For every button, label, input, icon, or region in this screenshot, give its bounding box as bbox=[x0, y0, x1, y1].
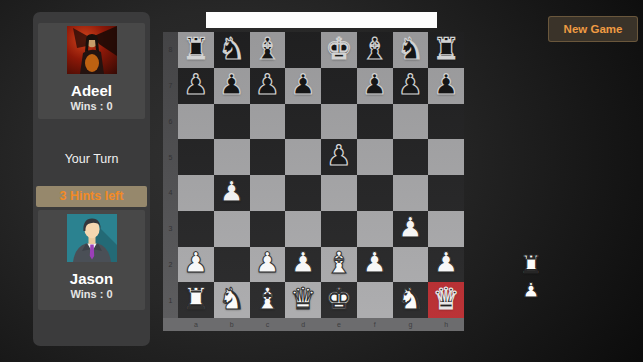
black-pawn: ♟ bbox=[291, 71, 316, 99]
square-a7[interactable]: ♟ bbox=[178, 68, 214, 104]
square-e1[interactable]: ♚ bbox=[321, 282, 357, 318]
chess-board: 87654321 ♜♞♝♚♝♞♜♟♟♟♟♟♟♟♟♟♟♟♟♟♝♟♟♜♞♝♛♚♞♛ … bbox=[163, 32, 464, 331]
square-b4[interactable]: ♟ bbox=[214, 175, 250, 211]
white-pawn: ♟ bbox=[434, 249, 459, 277]
square-g8[interactable]: ♞ bbox=[393, 32, 429, 68]
rank-label-6: 6 bbox=[163, 104, 178, 140]
black-knight: ♞ bbox=[397, 34, 424, 64]
square-a5[interactable] bbox=[178, 139, 214, 175]
hints-button[interactable]: 3 Hints left bbox=[36, 186, 147, 207]
square-f6[interactable] bbox=[357, 104, 393, 140]
square-e6[interactable] bbox=[321, 104, 357, 140]
white-pawn: ♟ bbox=[219, 178, 244, 206]
square-d8[interactable] bbox=[285, 32, 321, 68]
black-pawn: ♟ bbox=[219, 71, 244, 99]
square-a4[interactable] bbox=[178, 175, 214, 211]
square-h7[interactable]: ♟ bbox=[428, 68, 464, 104]
black-bishop: ♝ bbox=[254, 34, 281, 64]
square-d1[interactable]: ♛ bbox=[285, 282, 321, 318]
square-b8[interactable]: ♞ bbox=[214, 32, 250, 68]
white-bishop: ♝ bbox=[254, 284, 281, 314]
square-a6[interactable] bbox=[178, 104, 214, 140]
square-e8[interactable]: ♚ bbox=[321, 32, 357, 68]
square-c6[interactable] bbox=[250, 104, 286, 140]
rank-label-1: 1 bbox=[163, 282, 178, 318]
square-a1[interactable]: ♜ bbox=[178, 282, 214, 318]
turn-indicator: Your Turn bbox=[33, 151, 150, 167]
white-knight: ♞ bbox=[397, 284, 424, 314]
square-f5[interactable] bbox=[357, 139, 393, 175]
white-pawn: ♟ bbox=[291, 249, 316, 277]
captured-white-pawn: ♟ bbox=[522, 280, 540, 300]
player-card: Jason Wins : 0 bbox=[38, 210, 145, 310]
square-e4[interactable] bbox=[321, 175, 357, 211]
square-c2[interactable]: ♟ bbox=[250, 247, 286, 283]
square-d4[interactable] bbox=[285, 175, 321, 211]
square-a3[interactable] bbox=[178, 211, 214, 247]
square-h3[interactable] bbox=[428, 211, 464, 247]
square-g3[interactable]: ♟ bbox=[393, 211, 429, 247]
black-pawn: ♟ bbox=[362, 71, 387, 99]
black-knight: ♞ bbox=[218, 34, 245, 64]
file-label-c: c bbox=[250, 318, 286, 331]
new-game-button[interactable]: New Game bbox=[548, 16, 638, 42]
square-b3[interactable] bbox=[214, 211, 250, 247]
file-label-e: e bbox=[321, 318, 357, 331]
file-label-a: a bbox=[178, 318, 214, 331]
square-e3[interactable] bbox=[321, 211, 357, 247]
rank-label-3: 3 bbox=[163, 211, 178, 247]
square-f2[interactable]: ♟ bbox=[357, 247, 393, 283]
board-grid: ♜♞♝♚♝♞♜♟♟♟♟♟♟♟♟♟♟♟♟♟♝♟♟♜♞♝♛♚♞♛ bbox=[178, 32, 464, 318]
rank-label-5: 5 bbox=[163, 139, 178, 175]
square-c7[interactable]: ♟ bbox=[250, 68, 286, 104]
captured-white-rook: ♜ bbox=[520, 252, 542, 277]
sidebar-panel: Adeel Wins : 0 Your Turn 3 Hints left Ja… bbox=[33, 12, 150, 346]
app-background: New Game Adeel Wins : bbox=[0, 0, 643, 362]
white-queen: ♛ bbox=[290, 284, 317, 314]
square-c3[interactable] bbox=[250, 211, 286, 247]
rank-label-4: 4 bbox=[163, 175, 178, 211]
square-c5[interactable] bbox=[250, 139, 286, 175]
square-h5[interactable] bbox=[428, 139, 464, 175]
opponent-avatar bbox=[67, 26, 117, 74]
square-g6[interactable] bbox=[393, 104, 429, 140]
square-f8[interactable]: ♝ bbox=[357, 32, 393, 68]
square-h8[interactable]: ♜ bbox=[428, 32, 464, 68]
captured-pieces-tray: ♜♟ bbox=[513, 253, 549, 301]
white-knight: ♞ bbox=[218, 284, 245, 314]
black-pawn: ♟ bbox=[326, 142, 351, 170]
rank-label-7: 7 bbox=[163, 68, 178, 104]
square-d2[interactable]: ♟ bbox=[285, 247, 321, 283]
square-d3[interactable] bbox=[285, 211, 321, 247]
square-h6[interactable] bbox=[428, 104, 464, 140]
square-f1[interactable] bbox=[357, 282, 393, 318]
square-c8[interactable]: ♝ bbox=[250, 32, 286, 68]
square-d7[interactable]: ♟ bbox=[285, 68, 321, 104]
square-b2[interactable] bbox=[214, 247, 250, 283]
white-pawn: ♟ bbox=[255, 249, 280, 277]
square-g7[interactable]: ♟ bbox=[393, 68, 429, 104]
square-g4[interactable] bbox=[393, 175, 429, 211]
square-a8[interactable]: ♜ bbox=[178, 32, 214, 68]
file-label-g: g bbox=[393, 318, 429, 331]
square-e2[interactable]: ♝ bbox=[321, 247, 357, 283]
square-b7[interactable]: ♟ bbox=[214, 68, 250, 104]
square-h4[interactable] bbox=[428, 175, 464, 211]
square-f3[interactable] bbox=[357, 211, 393, 247]
square-g1[interactable]: ♞ bbox=[393, 282, 429, 318]
square-e5[interactable]: ♟ bbox=[321, 139, 357, 175]
square-h2[interactable]: ♟ bbox=[428, 247, 464, 283]
white-pawn: ♟ bbox=[183, 249, 208, 277]
square-e7[interactable] bbox=[321, 68, 357, 104]
white-pawn: ♟ bbox=[362, 249, 387, 277]
black-pawn: ♟ bbox=[183, 71, 208, 99]
file-labels: abcdefgh bbox=[163, 318, 464, 331]
opponent-wins: Wins : 0 bbox=[38, 100, 145, 113]
opponent-name: Adeel bbox=[38, 82, 145, 99]
black-pawn: ♟ bbox=[398, 71, 423, 99]
black-king: ♚ bbox=[325, 34, 352, 64]
white-pawn: ♟ bbox=[398, 214, 423, 242]
banner-ad[interactable] bbox=[206, 12, 437, 28]
black-pawn: ♟ bbox=[255, 71, 280, 99]
black-bishop: ♝ bbox=[361, 34, 388, 64]
player-avatar bbox=[67, 214, 117, 262]
file-label-f: f bbox=[357, 318, 393, 331]
black-rook: ♜ bbox=[182, 34, 209, 64]
rank-labels: 87654321 bbox=[163, 32, 178, 318]
square-g5[interactable] bbox=[393, 139, 429, 175]
player-name: Jason bbox=[38, 270, 145, 287]
black-pawn: ♟ bbox=[434, 71, 459, 99]
rank-label-8: 8 bbox=[163, 32, 178, 68]
player-wins: Wins : 0 bbox=[38, 288, 145, 301]
file-label-b: b bbox=[214, 318, 250, 331]
square-d6[interactable] bbox=[285, 104, 321, 140]
square-b6[interactable] bbox=[214, 104, 250, 140]
square-a2[interactable]: ♟ bbox=[178, 247, 214, 283]
square-c1[interactable]: ♝ bbox=[250, 282, 286, 318]
square-h1[interactable]: ♛ bbox=[428, 282, 464, 318]
square-g2[interactable] bbox=[393, 247, 429, 283]
square-f7[interactable]: ♟ bbox=[357, 68, 393, 104]
square-b5[interactable] bbox=[214, 139, 250, 175]
square-f4[interactable] bbox=[357, 175, 393, 211]
white-king: ♚ bbox=[325, 284, 352, 314]
square-b1[interactable]: ♞ bbox=[214, 282, 250, 318]
opponent-card: Adeel Wins : 0 bbox=[38, 23, 145, 119]
white-bishop: ♝ bbox=[325, 248, 352, 278]
file-label-d: d bbox=[285, 318, 321, 331]
white-rook: ♜ bbox=[182, 284, 209, 314]
square-c4[interactable] bbox=[250, 175, 286, 211]
file-label-h: h bbox=[428, 318, 464, 331]
rank-label-2: 2 bbox=[163, 247, 178, 283]
black-rook: ♜ bbox=[433, 34, 460, 64]
square-d5[interactable] bbox=[285, 139, 321, 175]
black-queen: ♛ bbox=[433, 284, 460, 314]
